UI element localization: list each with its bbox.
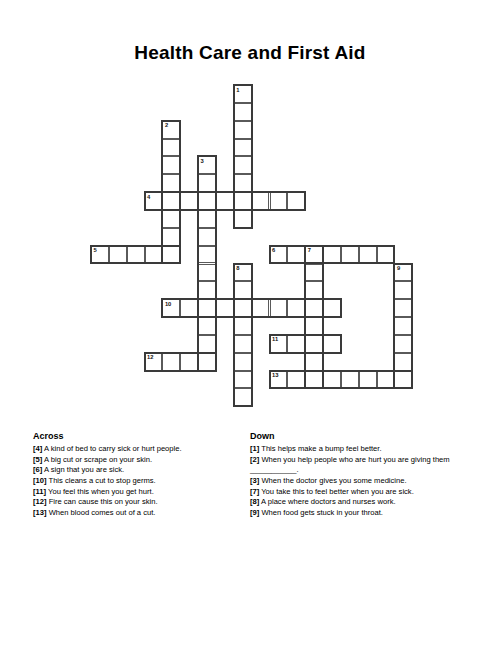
grid-cell xyxy=(394,353,412,371)
grid-cell xyxy=(234,371,252,389)
grid-cell xyxy=(287,246,305,264)
grid-cell xyxy=(198,335,216,353)
grid-cell xyxy=(162,139,180,157)
down-clue-1: [1] This helps make a bump feel better. xyxy=(250,444,482,455)
across-heading: Across xyxy=(33,431,246,442)
grid-cell: 12 xyxy=(145,353,163,371)
grid-cell xyxy=(305,353,323,371)
grid-cell xyxy=(394,335,412,353)
across-section: Across [4] A kind of bed to carry sick o… xyxy=(33,431,246,519)
grid-cell xyxy=(394,317,412,335)
grid-cell xyxy=(109,246,127,264)
grid-cell xyxy=(234,156,252,174)
grid-cell xyxy=(377,246,395,264)
grid-cell xyxy=(180,192,198,210)
grid-cell: 2 xyxy=(162,121,180,139)
grid-cell xyxy=(270,192,288,210)
grid-cell xyxy=(323,335,341,353)
grid-cell: 10 xyxy=(162,299,180,317)
grid-cell xyxy=(234,121,252,139)
grid-cell xyxy=(359,371,377,389)
cell-number: 9 xyxy=(397,265,400,272)
grid-cell xyxy=(198,353,216,371)
cell-number: 13 xyxy=(272,372,278,379)
grid-cell xyxy=(234,335,252,353)
grid-cell: 4 xyxy=(145,192,163,210)
grid-cell xyxy=(198,317,216,335)
down-clues: [1] This helps make a bump feel better.[… xyxy=(250,444,482,519)
down-clue-9: [9] When food gets stuck in your throat. xyxy=(250,508,482,519)
grid-cell xyxy=(198,174,216,192)
across-clue-12: [12] Fire can cause this on your skin. xyxy=(33,497,246,508)
cell-number: 8 xyxy=(236,265,239,272)
grid-cell: 3 xyxy=(198,156,216,174)
grid-cell xyxy=(234,139,252,157)
grid-cell xyxy=(145,246,163,264)
grid-cell xyxy=(234,388,252,406)
grid-cell xyxy=(180,353,198,371)
grid-cell xyxy=(234,317,252,335)
grid-cell xyxy=(305,317,323,335)
grid-cell xyxy=(394,281,412,299)
grid-cell xyxy=(252,299,270,317)
grid-cell xyxy=(198,210,216,228)
down-clue-8: [8] A place where doctors and nurses wor… xyxy=(250,497,482,508)
grid-cell: 8 xyxy=(234,264,252,282)
grid-cell xyxy=(394,371,412,389)
across-clues: [4] A kind of bed to carry sick or hurt … xyxy=(33,444,246,519)
across-clue-6: [6] A sign that you are sick. xyxy=(33,465,246,476)
down-clue-7: [7] You take this to feel better when yo… xyxy=(250,487,482,498)
grid-cell xyxy=(198,299,216,317)
across-clue-11: [11] You feel this when you get hurt. xyxy=(33,487,246,498)
puzzle-title: Health Care and First Aid xyxy=(0,42,500,64)
grid-cell xyxy=(234,281,252,299)
cell-number: 10 xyxy=(165,301,171,308)
grid-cell xyxy=(305,299,323,317)
grid-cell xyxy=(162,210,180,228)
grid-cell xyxy=(162,174,180,192)
cell-number: 12 xyxy=(147,354,153,361)
down-heading: Down xyxy=(250,431,482,442)
across-clue-13: [13] When blood comes out of a cut. xyxy=(33,508,246,519)
grid-cell xyxy=(234,192,252,210)
grid-cell xyxy=(252,192,270,210)
grid-cell xyxy=(287,299,305,317)
grid-cell xyxy=(180,299,198,317)
grid-cell xyxy=(127,246,145,264)
grid-cell xyxy=(341,371,359,389)
across-clue-4: [4] A kind of bed to carry sick or hurt … xyxy=(33,444,246,455)
cell-number: 1 xyxy=(236,87,239,94)
grid-cell xyxy=(359,246,377,264)
grid-cell xyxy=(323,371,341,389)
cell-number: 5 xyxy=(94,247,97,254)
cell-number: 3 xyxy=(201,158,204,165)
grid-cell xyxy=(216,299,234,317)
grid-cell xyxy=(270,299,288,317)
cell-number: 11 xyxy=(272,336,278,343)
grid-cell xyxy=(162,353,180,371)
grid-cell xyxy=(162,246,180,264)
grid-cell: 11 xyxy=(270,335,288,353)
grid-cell: 7 xyxy=(305,246,323,264)
grid-cell xyxy=(305,264,323,282)
grid-cell: 5 xyxy=(91,246,109,264)
grid-cell xyxy=(198,246,216,264)
crossword-page: Health Care and First Aid 45671011121312… xyxy=(0,0,500,647)
grid-cell xyxy=(305,335,323,353)
down-section: Down [1] This helps make a bump feel bet… xyxy=(250,431,482,519)
cell-number: 6 xyxy=(272,247,275,254)
grid-cell xyxy=(323,246,341,264)
grid-cell xyxy=(234,174,252,192)
grid-cell xyxy=(287,335,305,353)
grid-cell xyxy=(198,228,216,246)
grid-cell xyxy=(305,371,323,389)
grid-cell xyxy=(234,353,252,371)
grid-cell xyxy=(162,192,180,210)
crossword-grid: 45671011121312389 xyxy=(91,85,413,407)
grid-cell xyxy=(341,246,359,264)
grid-cell xyxy=(198,281,216,299)
grid-cell xyxy=(305,281,323,299)
grid-cell xyxy=(198,264,216,282)
grid-cell xyxy=(162,228,180,246)
grid-cell xyxy=(216,192,234,210)
cell-number: 4 xyxy=(147,194,150,201)
cell-number: 2 xyxy=(165,122,168,129)
grid-cell: 13 xyxy=(270,371,288,389)
grid-cell xyxy=(234,210,252,228)
grid-cell xyxy=(323,299,341,317)
across-clue-5: [5] A big cut or scrape on your skin. xyxy=(33,455,246,466)
grid-cell xyxy=(287,371,305,389)
grid-cell xyxy=(377,371,395,389)
grid-cell: 1 xyxy=(234,85,252,103)
down-clue-3: [3] When the doctor gives you some medic… xyxy=(250,476,482,487)
across-clue-10: [10] This cleans a cut to stop germs. xyxy=(33,476,246,487)
grid-cell xyxy=(162,156,180,174)
cell-number: 7 xyxy=(308,247,311,254)
grid-cell: 6 xyxy=(270,246,288,264)
grid-cell xyxy=(287,192,305,210)
grid-cell xyxy=(198,192,216,210)
grid-cell xyxy=(394,299,412,317)
down-clue-2: [2] When you help people who are hurt yo… xyxy=(250,455,482,476)
grid-cell xyxy=(234,103,252,121)
grid-cell xyxy=(234,299,252,317)
grid-cell: 9 xyxy=(394,264,412,282)
